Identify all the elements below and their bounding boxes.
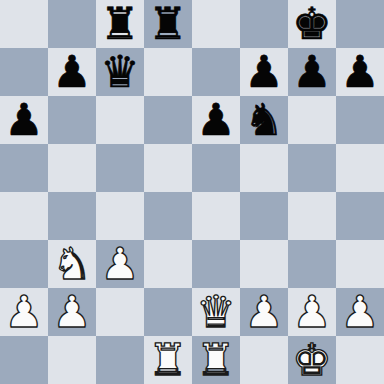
square-g2[interactable]: ♟ [288,288,336,336]
square-g3[interactable] [288,240,336,288]
piece-black-pawn-icon[interactable]: ♟ [292,48,331,96]
piece-black-rook-icon[interactable]: ♜ [100,0,139,48]
square-b6[interactable] [48,96,96,144]
square-d2[interactable] [144,288,192,336]
square-b5[interactable] [48,144,96,192]
square-a5[interactable] [0,144,48,192]
square-f2[interactable]: ♟ [240,288,288,336]
square-f3[interactable] [240,240,288,288]
square-a7[interactable] [0,48,48,96]
piece-white-pawn-icon[interactable]: ♟ [292,288,331,336]
square-g4[interactable] [288,192,336,240]
square-b1[interactable] [48,336,96,384]
piece-white-pawn-icon[interactable]: ♟ [100,240,139,288]
piece-black-pawn-icon[interactable]: ♟ [244,48,283,96]
square-h4[interactable] [336,192,384,240]
square-d3[interactable] [144,240,192,288]
square-c2[interactable] [96,288,144,336]
square-c6[interactable] [96,96,144,144]
square-e8[interactable] [192,0,240,48]
square-f4[interactable] [240,192,288,240]
square-h2[interactable]: ♟ [336,288,384,336]
square-h1[interactable] [336,336,384,384]
square-b7[interactable]: ♟ [48,48,96,96]
square-e2[interactable]: ♛ [192,288,240,336]
square-c8[interactable]: ♜ [96,0,144,48]
piece-white-pawn-icon[interactable]: ♟ [340,288,379,336]
square-h3[interactable] [336,240,384,288]
square-f7[interactable]: ♟ [240,48,288,96]
square-g5[interactable] [288,144,336,192]
piece-white-knight-icon[interactable]: ♞ [52,240,91,288]
piece-white-rook-icon[interactable]: ♜ [196,336,235,384]
piece-black-knight-icon[interactable]: ♞ [244,96,283,144]
square-b3[interactable]: ♞ [48,240,96,288]
square-a6[interactable]: ♟ [0,96,48,144]
square-h6[interactable] [336,96,384,144]
square-e6[interactable]: ♟ [192,96,240,144]
piece-white-pawn-icon[interactable]: ♟ [4,288,43,336]
square-h5[interactable] [336,144,384,192]
piece-black-pawn-icon[interactable]: ♟ [340,48,379,96]
square-c1[interactable] [96,336,144,384]
square-d1[interactable]: ♜ [144,336,192,384]
piece-black-pawn-icon[interactable]: ♟ [52,48,91,96]
square-h7[interactable]: ♟ [336,48,384,96]
square-b8[interactable] [48,0,96,48]
square-d7[interactable] [144,48,192,96]
square-g6[interactable] [288,96,336,144]
square-f6[interactable]: ♞ [240,96,288,144]
square-b2[interactable]: ♟ [48,288,96,336]
piece-black-pawn-icon[interactable]: ♟ [196,96,235,144]
square-e1[interactable]: ♜ [192,336,240,384]
square-c4[interactable] [96,192,144,240]
piece-black-king-icon[interactable]: ♚ [292,0,331,48]
square-f8[interactable] [240,0,288,48]
square-c7[interactable]: ♛ [96,48,144,96]
square-a3[interactable] [0,240,48,288]
piece-white-queen-icon[interactable]: ♛ [196,288,235,336]
piece-white-rook-icon[interactable]: ♜ [148,336,187,384]
piece-black-pawn-icon[interactable]: ♟ [4,96,43,144]
square-e5[interactable] [192,144,240,192]
square-c5[interactable] [96,144,144,192]
square-a4[interactable] [0,192,48,240]
chess-board: ♜♜♚♟♛♟♟♟♟♟♞♞♟♟♟♛♟♟♟♜♜♚ [0,0,384,384]
square-g8[interactable]: ♚ [288,0,336,48]
square-e7[interactable] [192,48,240,96]
piece-black-rook-icon[interactable]: ♜ [148,0,187,48]
square-g7[interactable]: ♟ [288,48,336,96]
piece-white-king-icon[interactable]: ♚ [292,336,331,384]
square-d8[interactable]: ♜ [144,0,192,48]
square-a2[interactable]: ♟ [0,288,48,336]
square-g1[interactable]: ♚ [288,336,336,384]
piece-black-queen-icon[interactable]: ♛ [100,48,139,96]
piece-white-pawn-icon[interactable]: ♟ [52,288,91,336]
square-h8[interactable] [336,0,384,48]
square-d5[interactable] [144,144,192,192]
square-e4[interactable] [192,192,240,240]
square-b4[interactable] [48,192,96,240]
square-d4[interactable] [144,192,192,240]
square-d6[interactable] [144,96,192,144]
square-a1[interactable] [0,336,48,384]
square-f5[interactable] [240,144,288,192]
square-c3[interactable]: ♟ [96,240,144,288]
square-e3[interactable] [192,240,240,288]
square-f1[interactable] [240,336,288,384]
piece-white-pawn-icon[interactable]: ♟ [244,288,283,336]
square-a8[interactable] [0,0,48,48]
